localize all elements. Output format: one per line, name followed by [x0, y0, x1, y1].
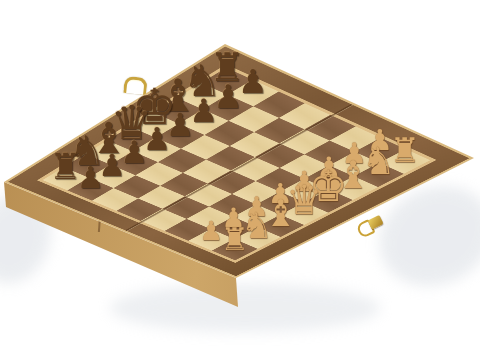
brass-hinge-ring-icon	[123, 76, 148, 95]
product-photo-stage: ♜♟♞♟♝♟♚♟♛♟♟♝♜♟♟♞♞♟♟♜♝♟♟♚♟♛♟♝♟♞♟♜	[0, 0, 480, 360]
